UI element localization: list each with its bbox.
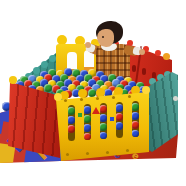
slot-ball <box>132 112 139 120</box>
gate-hole <box>112 96 115 99</box>
slot-ball <box>132 121 139 129</box>
slot-ball <box>68 116 75 124</box>
slot-ball <box>132 103 139 111</box>
gate-slot <box>84 104 91 140</box>
slot-ball <box>116 122 123 130</box>
gate-decor-square <box>110 117 114 121</box>
gate-hole <box>126 149 129 152</box>
slot-ball <box>100 105 107 113</box>
playpen-gate-front <box>56 91 150 161</box>
gate-slot <box>116 102 123 138</box>
gate-slot <box>132 101 139 137</box>
gate-hole <box>66 153 69 156</box>
slot-ball <box>132 130 139 137</box>
gate-slot <box>100 103 107 139</box>
corner-knob-white <box>173 96 178 101</box>
product-photo: B K a c e <box>0 0 186 186</box>
gate-hole <box>64 99 67 102</box>
gate-hole <box>106 151 109 154</box>
slot-ball <box>84 115 91 123</box>
slot-ball <box>100 114 107 122</box>
slot-ball <box>116 104 123 112</box>
slot-ball <box>84 124 91 132</box>
gate-hole <box>96 97 99 100</box>
corner-knob-yellow <box>142 86 150 94</box>
slot-ball <box>116 113 123 121</box>
slot-ball <box>68 107 75 115</box>
gate-hole <box>80 98 83 101</box>
panel-bump <box>96 88 105 97</box>
slot-ball <box>84 133 91 140</box>
corner-knob-yellow <box>9 76 17 84</box>
gate-hole <box>128 95 131 98</box>
gate-decor-triangle <box>92 107 100 114</box>
slot-ball <box>68 125 75 133</box>
gate-slot <box>68 105 75 141</box>
gate-hole <box>86 152 89 155</box>
pit-ball <box>44 84 52 92</box>
pit-ball <box>88 89 96 97</box>
panel-bump <box>78 89 87 98</box>
corner-knob-yellow <box>54 93 62 101</box>
slot-ball <box>84 106 91 114</box>
slot-ball <box>100 123 107 131</box>
slot-ball <box>100 132 107 139</box>
gate-decor-square <box>78 113 82 117</box>
